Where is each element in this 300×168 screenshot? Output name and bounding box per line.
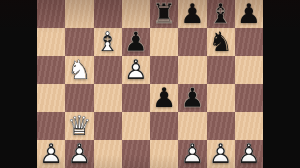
piece-glyph-outline: ♙ <box>37 140 65 168</box>
square-b3[interactable]: ♛♕ <box>65 112 93 140</box>
square-e7[interactable]: ♜ <box>150 0 178 28</box>
square-g5[interactable] <box>207 56 235 84</box>
square-e6[interactable] <box>150 28 178 56</box>
piece-glyph-outline: ♙ <box>207 140 235 168</box>
piece-white-pawn-icon: ♟♙ <box>37 140 65 168</box>
square-d2[interactable] <box>122 140 150 168</box>
piece-black-rook-icon: ♜ <box>150 0 178 28</box>
square-f4[interactable]: ♟ <box>178 84 206 112</box>
piece-glyph-fill: ♞ <box>207 28 235 56</box>
piece-white-pawn-icon: ♟♙ <box>122 56 150 84</box>
square-d5[interactable]: ♟♙ <box>122 56 150 84</box>
piece-white-knight-icon: ♞♘ <box>65 56 93 84</box>
piece-glyph-outline: ♙ <box>235 140 263 168</box>
square-f2[interactable]: ♟♙ <box>178 140 206 168</box>
piece-glyph-fill: ♟ <box>235 0 263 28</box>
square-g6[interactable]: ♞ <box>207 28 235 56</box>
square-c7[interactable] <box>94 0 122 28</box>
square-e4[interactable]: ♟ <box>150 84 178 112</box>
square-a6[interactable] <box>37 28 65 56</box>
piece-white-bishop-icon: ♝♗ <box>94 28 122 56</box>
square-c3[interactable] <box>94 112 122 140</box>
square-h5[interactable] <box>235 56 263 84</box>
square-g4[interactable] <box>207 84 235 112</box>
square-h4[interactable] <box>235 84 263 112</box>
square-e5[interactable] <box>150 56 178 84</box>
square-b4[interactable] <box>65 84 93 112</box>
square-a7[interactable] <box>37 0 65 28</box>
square-d4[interactable] <box>122 84 150 112</box>
piece-black-pawn-icon: ♟ <box>235 0 263 28</box>
square-f5[interactable] <box>178 56 206 84</box>
piece-white-pawn-icon: ♟♙ <box>178 140 206 168</box>
square-f7[interactable]: ♟ <box>178 0 206 28</box>
piece-glyph-outline: ♙ <box>65 140 93 168</box>
square-d6[interactable]: ♟ <box>122 28 150 56</box>
square-f3[interactable] <box>178 112 206 140</box>
piece-white-queen-icon: ♛♕ <box>65 112 93 140</box>
letterbox-left <box>0 0 37 168</box>
square-g3[interactable] <box>207 112 235 140</box>
piece-black-bishop-icon: ♝ <box>207 0 235 28</box>
square-g7[interactable]: ♝ <box>207 0 235 28</box>
piece-glyph-outline: ♙ <box>122 56 150 84</box>
piece-glyph-fill: ♝ <box>207 0 235 28</box>
piece-glyph-fill: ♜ <box>150 0 178 28</box>
piece-glyph-outline: ♕ <box>65 112 93 140</box>
piece-white-pawn-icon: ♟♙ <box>235 140 263 168</box>
square-e3[interactable] <box>150 112 178 140</box>
piece-glyph-fill: ♟ <box>178 84 206 112</box>
piece-black-pawn-icon: ♟ <box>150 84 178 112</box>
square-a2[interactable]: ♟♙ <box>37 140 65 168</box>
piece-glyph-outline: ♘ <box>65 56 93 84</box>
piece-black-pawn-icon: ♟ <box>178 0 206 28</box>
piece-black-knight-icon: ♞ <box>207 28 235 56</box>
piece-black-pawn-icon: ♟ <box>122 28 150 56</box>
square-b5[interactable]: ♞♘ <box>65 56 93 84</box>
chess-board: ♜♟♝♟♝♗♟♞♞♘♟♙♟♟♛♕♟♙♟♙♟♙♟♙♟♙ <box>37 0 263 168</box>
square-h3[interactable] <box>235 112 263 140</box>
piece-glyph-fill: ♟ <box>122 28 150 56</box>
square-e2[interactable] <box>150 140 178 168</box>
square-b6[interactable] <box>65 28 93 56</box>
piece-glyph-fill: ♟ <box>150 84 178 112</box>
piece-white-pawn-icon: ♟♙ <box>207 140 235 168</box>
square-a3[interactable] <box>37 112 65 140</box>
square-f6[interactable] <box>178 28 206 56</box>
square-c4[interactable] <box>94 84 122 112</box>
square-c2[interactable] <box>94 140 122 168</box>
piece-black-pawn-icon: ♟ <box>178 84 206 112</box>
square-d7[interactable] <box>122 0 150 28</box>
square-h6[interactable] <box>235 28 263 56</box>
square-h7[interactable]: ♟ <box>235 0 263 28</box>
square-c5[interactable] <box>94 56 122 84</box>
square-d3[interactable] <box>122 112 150 140</box>
square-h2[interactable]: ♟♙ <box>235 140 263 168</box>
letterbox-right <box>263 0 300 168</box>
square-a5[interactable] <box>37 56 65 84</box>
square-b2[interactable]: ♟♙ <box>65 140 93 168</box>
square-g2[interactable]: ♟♙ <box>207 140 235 168</box>
chess-video-frame: ♜♟♝♟♝♗♟♞♞♘♟♙♟♟♛♕♟♙♟♙♟♙♟♙♟♙ <box>0 0 300 168</box>
square-a4[interactable] <box>37 84 65 112</box>
square-c6[interactable]: ♝♗ <box>94 28 122 56</box>
square-b7[interactable] <box>65 0 93 28</box>
piece-glyph-fill: ♟ <box>178 0 206 28</box>
piece-glyph-outline: ♙ <box>178 140 206 168</box>
piece-white-pawn-icon: ♟♙ <box>65 140 93 168</box>
piece-glyph-outline: ♗ <box>94 28 122 56</box>
